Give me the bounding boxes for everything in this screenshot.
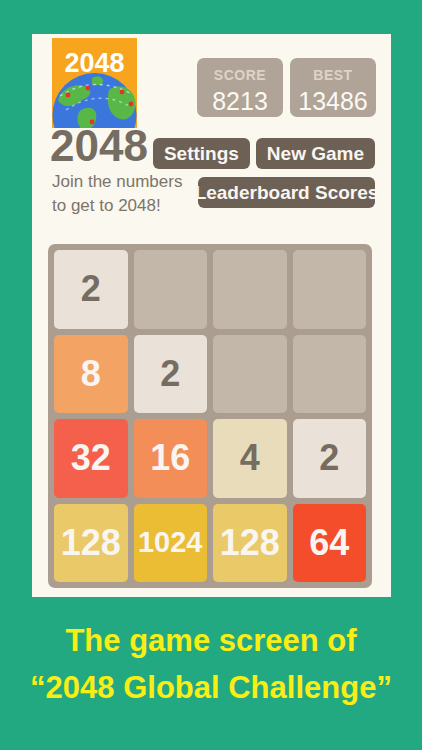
new-game-button[interactable]: New Game — [256, 138, 375, 169]
tile-2: 2 — [293, 419, 367, 498]
app-icon-label: 2048 — [64, 48, 124, 78]
caption-line1: The game screen of — [0, 617, 422, 664]
best-label: BEST — [290, 67, 376, 83]
button-row: Settings New Game — [153, 138, 375, 169]
score-value: 8213 — [197, 87, 283, 116]
caption-line2: “2048 Global Challenge” — [0, 664, 422, 711]
caption: The game screen of “2048 Global Challeng… — [0, 617, 422, 711]
game-screen-card: 2048 2048 Join the numbers to get to 204… — [32, 34, 391, 597]
tile-32: 32 — [54, 419, 128, 498]
tile-8: 8 — [54, 335, 128, 414]
app-icon-globe: 2048 — [52, 38, 137, 128]
best-box: BEST 13486 — [290, 58, 376, 117]
best-value: 13486 — [290, 87, 376, 116]
tile-4: 4 — [213, 419, 287, 498]
empty-cell — [293, 335, 367, 414]
tile-2: 2 — [134, 335, 208, 414]
score-label: SCORE — [197, 67, 283, 83]
subtitle-line2: to get to 2048! — [52, 194, 217, 218]
tile-1024: 1024 — [134, 504, 208, 583]
tile-2: 2 — [54, 250, 128, 329]
leaderboard-button[interactable]: Leaderboard Scores — [198, 177, 375, 208]
empty-cell — [293, 250, 367, 329]
score-box: SCORE 8213 — [197, 58, 283, 117]
screenshot-page: { "game": "2048", "position": "2,0,0,0/8… — [0, 0, 422, 750]
settings-button[interactable]: Settings — [153, 138, 250, 169]
empty-cell — [213, 335, 287, 414]
empty-cell — [213, 250, 287, 329]
empty-cell — [134, 250, 208, 329]
subtitle: Join the numbers to get to 2048! — [52, 170, 217, 218]
tile-128: 128 — [54, 504, 128, 583]
score-row: SCORE 8213 BEST 13486 — [197, 58, 376, 117]
subtitle-line1: Join the numbers — [52, 170, 217, 194]
board[interactable]: 282321642128102412864 — [48, 244, 372, 588]
tile-16: 16 — [134, 419, 208, 498]
tile-64: 64 — [293, 504, 367, 583]
tile-128: 128 — [213, 504, 287, 583]
